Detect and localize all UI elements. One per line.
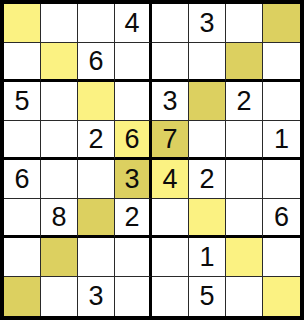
cell-r1c5[interactable] <box>152 4 189 43</box>
cell-r2c1[interactable] <box>4 43 41 82</box>
cell-r4c3[interactable]: 2 <box>78 121 115 160</box>
cell-r7c2[interactable] <box>41 238 78 277</box>
cell-r4c6[interactable] <box>189 121 226 160</box>
cell-r2c6[interactable] <box>189 43 226 82</box>
cell-r2c3[interactable]: 6 <box>78 43 115 82</box>
cell-r2c2[interactable] <box>41 43 78 82</box>
cell-r7c3[interactable] <box>78 238 115 277</box>
cell-r7c5[interactable] <box>152 238 189 277</box>
cell-r3c5[interactable]: 3 <box>152 82 189 121</box>
cell-r4c8[interactable]: 1 <box>263 121 300 160</box>
cell-r6c7[interactable] <box>226 199 263 238</box>
cell-r8c5[interactable] <box>152 277 189 316</box>
cell-r4c7[interactable] <box>226 121 263 160</box>
cell-r5c6[interactable]: 2 <box>189 160 226 199</box>
cell-r5c3[interactable] <box>78 160 115 199</box>
cell-r2c4[interactable] <box>115 43 152 82</box>
cell-r1c8[interactable] <box>263 4 300 43</box>
cell-r1c2[interactable] <box>41 4 78 43</box>
cell-r1c3[interactable] <box>78 4 115 43</box>
cell-r4c5[interactable]: 7 <box>152 121 189 160</box>
cell-r8c3[interactable]: 3 <box>78 277 115 316</box>
cell-r3c6[interactable] <box>189 82 226 121</box>
cell-r7c7[interactable] <box>226 238 263 277</box>
cell-r4c1[interactable] <box>4 121 41 160</box>
cell-r1c4[interactable]: 4 <box>115 4 152 43</box>
cell-r7c6[interactable]: 1 <box>189 238 226 277</box>
cell-r6c2[interactable]: 8 <box>41 199 78 238</box>
cell-r7c1[interactable] <box>4 238 41 277</box>
cell-r3c1[interactable]: 5 <box>4 82 41 121</box>
cell-r5c4[interactable]: 3 <box>115 160 152 199</box>
cell-r3c7[interactable]: 2 <box>226 82 263 121</box>
sudoku-board: 43653226716342826135 <box>0 0 304 320</box>
cell-r3c8[interactable] <box>263 82 300 121</box>
cell-r6c5[interactable] <box>152 199 189 238</box>
cell-r4c4[interactable]: 6 <box>115 121 152 160</box>
cell-r1c6[interactable]: 3 <box>189 4 226 43</box>
cell-r8c8[interactable] <box>263 277 300 316</box>
cell-r2c5[interactable] <box>152 43 189 82</box>
cell-r8c7[interactable] <box>226 277 263 316</box>
cell-r6c8[interactable]: 6 <box>263 199 300 238</box>
cell-r1c7[interactable] <box>226 4 263 43</box>
cell-r3c4[interactable] <box>115 82 152 121</box>
cell-r5c8[interactable] <box>263 160 300 199</box>
cell-r8c2[interactable] <box>41 277 78 316</box>
cell-r5c2[interactable] <box>41 160 78 199</box>
cell-r6c6[interactable] <box>189 199 226 238</box>
cell-r3c2[interactable] <box>41 82 78 121</box>
cell-r8c6[interactable]: 5 <box>189 277 226 316</box>
cell-r8c4[interactable] <box>115 277 152 316</box>
cell-r3c3[interactable] <box>78 82 115 121</box>
sudoku-puzzle: 43653226716342826135 <box>0 0 304 320</box>
cell-r5c1[interactable]: 6 <box>4 160 41 199</box>
cell-r7c4[interactable] <box>115 238 152 277</box>
cell-r7c8[interactable] <box>263 238 300 277</box>
cell-r6c1[interactable] <box>4 199 41 238</box>
cell-r4c2[interactable] <box>41 121 78 160</box>
cell-r2c7[interactable] <box>226 43 263 82</box>
cell-r5c5[interactable]: 4 <box>152 160 189 199</box>
cell-r2c8[interactable] <box>263 43 300 82</box>
cell-r6c4[interactable]: 2 <box>115 199 152 238</box>
cell-r6c3[interactable] <box>78 199 115 238</box>
cell-r8c1[interactable] <box>4 277 41 316</box>
cell-r5c7[interactable] <box>226 160 263 199</box>
cell-r1c1[interactable] <box>4 4 41 43</box>
